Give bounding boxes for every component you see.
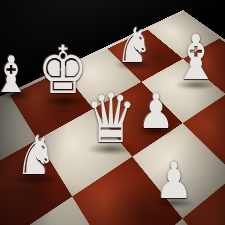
piece-silver-bishop-b7[interactable]: ♝ xyxy=(0,50,30,100)
piece-silver-knight-f7[interactable]: ♞ xyxy=(116,21,153,69)
chess-scene: ♝ ♚ ♞ ♝ ♞ ♛ ♟ ♟ xyxy=(0,0,225,225)
piece-silver-bishop-g7[interactable]: ♝ xyxy=(172,27,219,89)
piece-silver-queen-e6[interactable]: ♛ xyxy=(85,85,137,153)
piece-silver-pawn-f6[interactable]: ♟ xyxy=(138,87,175,135)
piece-silver-pawn-f5[interactable]: ♟ xyxy=(155,156,193,206)
piece-silver-knight-c6[interactable]: ♞ xyxy=(15,129,56,183)
piece-silver-king-d7[interactable]: ♚ xyxy=(38,38,88,104)
